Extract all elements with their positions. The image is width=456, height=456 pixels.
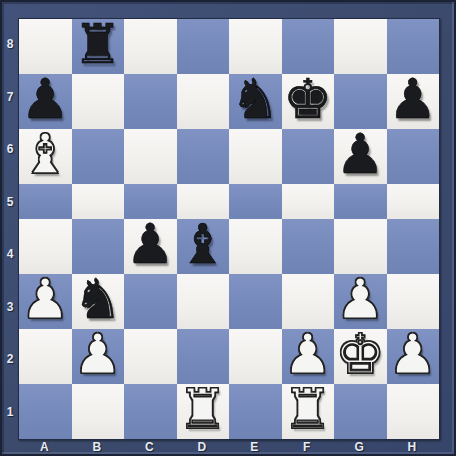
square-h4[interactable] — [387, 219, 440, 274]
square-d7[interactable] — [177, 74, 230, 129]
square-f2[interactable]: ♟ — [282, 329, 335, 384]
square-f3[interactable] — [282, 274, 335, 329]
square-f7[interactable]: ♚ — [282, 74, 335, 129]
rank-label-7: 7 — [2, 71, 18, 124]
square-c3[interactable] — [124, 274, 177, 329]
piece-black-pawn[interactable]: ♟ — [126, 217, 175, 272]
square-e5[interactable] — [229, 184, 282, 219]
square-b5[interactable] — [72, 184, 125, 219]
rank-label-6: 6 — [2, 123, 18, 176]
square-h8[interactable] — [387, 19, 440, 74]
file-labels: ABCDEFGH — [18, 438, 438, 456]
square-d2[interactable] — [177, 329, 230, 384]
square-b7[interactable] — [72, 74, 125, 129]
square-g3[interactable]: ♟ — [334, 274, 387, 329]
rank-label-5: 5 — [2, 176, 18, 229]
file-label-d: D — [176, 438, 229, 456]
piece-black-bishop[interactable]: ♝ — [178, 217, 227, 272]
piece-black-rook[interactable]: ♜ — [73, 17, 122, 72]
square-e2[interactable] — [229, 329, 282, 384]
square-h6[interactable] — [387, 129, 440, 184]
chess-board-frame: 87654321 ♜♟♞♚♟♝♟♟♝♟♞♟♟♟♚♟♜♜ ABCDEFGH — [0, 0, 456, 456]
square-e4[interactable] — [229, 219, 282, 274]
piece-white-bishop[interactable]: ♝ — [21, 127, 70, 182]
file-label-h: H — [386, 438, 439, 456]
square-f8[interactable] — [282, 19, 335, 74]
square-d4[interactable]: ♝ — [177, 219, 230, 274]
rank-label-2: 2 — [2, 333, 18, 386]
file-label-f: F — [281, 438, 334, 456]
piece-white-pawn[interactable]: ♟ — [21, 272, 70, 327]
piece-white-pawn[interactable]: ♟ — [336, 272, 385, 327]
square-a8[interactable] — [19, 19, 72, 74]
square-e6[interactable] — [229, 129, 282, 184]
square-c6[interactable] — [124, 129, 177, 184]
piece-white-king[interactable]: ♚ — [336, 327, 385, 382]
square-a7[interactable]: ♟ — [19, 74, 72, 129]
square-f6[interactable] — [282, 129, 335, 184]
square-a3[interactable]: ♟ — [19, 274, 72, 329]
square-c8[interactable] — [124, 19, 177, 74]
square-c4[interactable]: ♟ — [124, 219, 177, 274]
piece-white-pawn[interactable]: ♟ — [388, 327, 437, 382]
square-a5[interactable] — [19, 184, 72, 219]
square-g2[interactable]: ♚ — [334, 329, 387, 384]
piece-black-king[interactable]: ♚ — [283, 72, 332, 127]
square-h3[interactable] — [387, 274, 440, 329]
square-a1[interactable] — [19, 384, 72, 439]
rank-label-3: 3 — [2, 281, 18, 334]
square-e1[interactable] — [229, 384, 282, 439]
square-b4[interactable] — [72, 219, 125, 274]
square-g5[interactable] — [334, 184, 387, 219]
chess-board: ♜♟♞♚♟♝♟♟♝♟♞♟♟♟♚♟♜♜ — [18, 18, 440, 440]
square-g8[interactable] — [334, 19, 387, 74]
piece-black-knight[interactable]: ♞ — [231, 72, 280, 127]
square-f1[interactable]: ♜ — [282, 384, 335, 439]
square-h7[interactable]: ♟ — [387, 74, 440, 129]
piece-black-knight[interactable]: ♞ — [73, 272, 122, 327]
square-a6[interactable]: ♝ — [19, 129, 72, 184]
rank-label-1: 1 — [2, 386, 18, 439]
square-h1[interactable] — [387, 384, 440, 439]
square-d3[interactable] — [177, 274, 230, 329]
file-label-a: A — [18, 438, 71, 456]
square-d8[interactable] — [177, 19, 230, 74]
piece-white-rook[interactable]: ♜ — [178, 382, 227, 437]
square-a2[interactable] — [19, 329, 72, 384]
square-c2[interactable] — [124, 329, 177, 384]
square-g1[interactable] — [334, 384, 387, 439]
square-d6[interactable] — [177, 129, 230, 184]
square-f4[interactable] — [282, 219, 335, 274]
square-h2[interactable]: ♟ — [387, 329, 440, 384]
file-label-c: C — [123, 438, 176, 456]
square-g7[interactable] — [334, 74, 387, 129]
piece-black-pawn[interactable]: ♟ — [21, 72, 70, 127]
rank-labels: 87654321 — [2, 18, 18, 438]
square-b2[interactable]: ♟ — [72, 329, 125, 384]
square-e8[interactable] — [229, 19, 282, 74]
square-c1[interactable] — [124, 384, 177, 439]
piece-white-rook[interactable]: ♜ — [283, 382, 332, 437]
square-e7[interactable]: ♞ — [229, 74, 282, 129]
square-b1[interactable] — [72, 384, 125, 439]
square-h5[interactable] — [387, 184, 440, 219]
piece-white-pawn[interactable]: ♟ — [283, 327, 332, 382]
rank-label-4: 4 — [2, 228, 18, 281]
piece-black-pawn[interactable]: ♟ — [336, 127, 385, 182]
file-label-b: B — [71, 438, 124, 456]
square-g4[interactable] — [334, 219, 387, 274]
file-label-e: E — [228, 438, 281, 456]
square-d1[interactable]: ♜ — [177, 384, 230, 439]
piece-white-pawn[interactable]: ♟ — [73, 327, 122, 382]
square-b8[interactable]: ♜ — [72, 19, 125, 74]
rank-label-8: 8 — [2, 18, 18, 71]
square-b3[interactable]: ♞ — [72, 274, 125, 329]
square-g6[interactable]: ♟ — [334, 129, 387, 184]
square-c7[interactable] — [124, 74, 177, 129]
square-b6[interactable] — [72, 129, 125, 184]
piece-black-pawn[interactable]: ♟ — [388, 72, 437, 127]
square-a4[interactable] — [19, 219, 72, 274]
file-label-g: G — [333, 438, 386, 456]
square-e3[interactable] — [229, 274, 282, 329]
square-f5[interactable] — [282, 184, 335, 219]
